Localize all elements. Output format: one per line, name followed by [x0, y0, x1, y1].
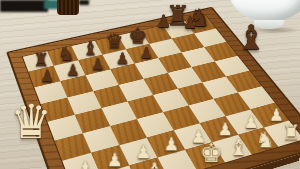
piece-black-pawn[interactable]: ♟ — [60, 49, 86, 78]
piece-white-bishop[interactable]: ♝ — [139, 148, 170, 169]
piece-black-pawn[interactable]: ♟ — [134, 33, 159, 61]
square-a7[interactable]: ♟ — [28, 66, 60, 88]
piece-white-rook[interactable]: ♜ — [79, 165, 111, 169]
offboard-piece-black-bishop[interactable]: ♝ — [236, 20, 266, 54]
square-d4[interactable] — [128, 95, 164, 119]
offboard-piece-white-queen[interactable]: ♛ — [10, 98, 52, 145]
piece-white-knight[interactable]: ♞ — [109, 157, 141, 169]
piece-white-knight[interactable]: ♞ — [250, 118, 280, 151]
offboard-piece-black-pawn[interactable]: ♟ — [156, 13, 171, 30]
piece-black-pawn[interactable]: ♟ — [85, 44, 111, 73]
scene: ♜♞♝♛♚♟♟♟♟♟♟♟♟♟♟♟♟♟♜♞♝♚♝♞♜ ♛♜♟♞♟♝ — [0, 0, 300, 169]
piece-black-pawn[interactable]: ♟ — [34, 55, 60, 84]
piece-white-king[interactable]: ♚ — [196, 133, 226, 167]
piece-black-pawn[interactable]: ♟ — [110, 38, 136, 66]
offboard-piece-black-pawn[interactable]: ♟ — [183, 15, 197, 31]
piece-white-bishop[interactable]: ♝ — [224, 125, 254, 158]
